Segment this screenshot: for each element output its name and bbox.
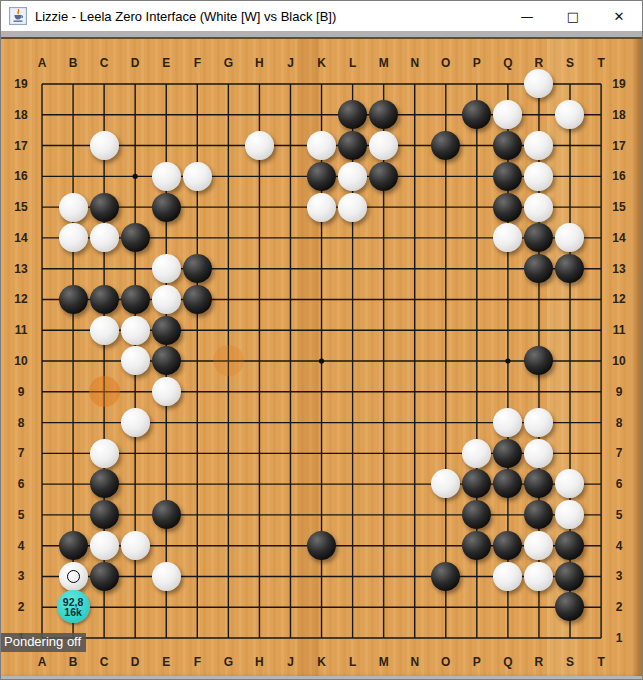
point-P15[interactable] — [461, 192, 492, 223]
point-P9[interactable] — [461, 376, 492, 407]
point-P10[interactable] — [461, 345, 492, 376]
point-R13[interactable] — [523, 253, 554, 284]
point-S16[interactable] — [554, 161, 585, 192]
point-K1[interactable] — [306, 622, 337, 653]
point-T4[interactable] — [585, 530, 616, 561]
point-Q9[interactable] — [492, 376, 523, 407]
point-L3[interactable] — [337, 561, 368, 592]
point-H16[interactable] — [244, 161, 275, 192]
point-E5[interactable] — [151, 499, 182, 530]
point-R7[interactable] — [523, 438, 554, 469]
point-J11[interactable] — [275, 315, 306, 346]
point-C18[interactable] — [89, 99, 120, 130]
point-B7[interactable] — [58, 438, 89, 469]
point-K6[interactable] — [306, 469, 337, 500]
point-N9[interactable] — [399, 376, 430, 407]
point-J14[interactable] — [275, 222, 306, 253]
point-F1[interactable] — [182, 622, 213, 653]
point-L12[interactable] — [337, 284, 368, 315]
point-P12[interactable] — [461, 284, 492, 315]
point-T1[interactable] — [585, 622, 616, 653]
point-N3[interactable] — [399, 561, 430, 592]
point-N4[interactable] — [399, 530, 430, 561]
point-H10[interactable] — [244, 345, 275, 376]
point-G13[interactable] — [213, 253, 244, 284]
point-H5[interactable] — [244, 499, 275, 530]
point-G14[interactable] — [213, 222, 244, 253]
point-K18[interactable] — [306, 99, 337, 130]
point-S15[interactable] — [554, 192, 585, 223]
point-J4[interactable] — [275, 530, 306, 561]
point-F19[interactable] — [182, 69, 213, 100]
point-E16[interactable] — [151, 161, 182, 192]
point-C1[interactable] — [89, 622, 120, 653]
point-Q2[interactable] — [492, 592, 523, 623]
point-D17[interactable] — [120, 130, 151, 161]
point-M13[interactable] — [368, 253, 399, 284]
point-F15[interactable] — [182, 192, 213, 223]
point-Q17[interactable] — [492, 130, 523, 161]
point-S9[interactable] — [554, 376, 585, 407]
point-A19[interactable] — [27, 69, 58, 100]
point-G8[interactable] — [213, 407, 244, 438]
point-G11[interactable] — [213, 315, 244, 346]
point-B8[interactable] — [58, 407, 89, 438]
point-P11[interactable] — [461, 315, 492, 346]
point-H17[interactable] — [244, 130, 275, 161]
point-C14[interactable] — [89, 222, 120, 253]
point-Q12[interactable] — [492, 284, 523, 315]
point-S14[interactable] — [554, 222, 585, 253]
point-N17[interactable] — [399, 130, 430, 161]
point-J13[interactable] — [275, 253, 306, 284]
point-K5[interactable] — [306, 499, 337, 530]
point-D1[interactable] — [120, 622, 151, 653]
point-M10[interactable] — [368, 345, 399, 376]
point-S4[interactable] — [554, 530, 585, 561]
point-A16[interactable] — [27, 161, 58, 192]
point-C11[interactable] — [89, 315, 120, 346]
point-D3[interactable] — [120, 561, 151, 592]
point-P19[interactable] — [461, 69, 492, 100]
point-O2[interactable] — [430, 592, 461, 623]
point-T6[interactable] — [585, 469, 616, 500]
point-S18[interactable] — [554, 99, 585, 130]
point-S19[interactable] — [554, 69, 585, 100]
point-O15[interactable] — [430, 192, 461, 223]
point-D16[interactable] — [120, 161, 151, 192]
point-P17[interactable] — [461, 130, 492, 161]
point-E8[interactable] — [151, 407, 182, 438]
point-R5[interactable] — [523, 499, 554, 530]
point-L8[interactable] — [337, 407, 368, 438]
point-L7[interactable] — [337, 438, 368, 469]
point-S10[interactable] — [554, 345, 585, 376]
point-B3[interactable] — [58, 561, 89, 592]
point-B13[interactable] — [58, 253, 89, 284]
point-F5[interactable] — [182, 499, 213, 530]
point-Q13[interactable] — [492, 253, 523, 284]
point-E19[interactable] — [151, 69, 182, 100]
point-E11[interactable] — [151, 315, 182, 346]
point-T5[interactable] — [585, 499, 616, 530]
point-G5[interactable] — [213, 499, 244, 530]
point-C9[interactable] — [89, 376, 120, 407]
point-J7[interactable] — [275, 438, 306, 469]
point-B18[interactable] — [58, 99, 89, 130]
point-O14[interactable] — [430, 222, 461, 253]
point-K8[interactable] — [306, 407, 337, 438]
point-Q18[interactable] — [492, 99, 523, 130]
point-C19[interactable] — [89, 69, 120, 100]
point-G3[interactable] — [213, 561, 244, 592]
point-O11[interactable] — [430, 315, 461, 346]
point-G9[interactable] — [213, 376, 244, 407]
point-A17[interactable] — [27, 130, 58, 161]
point-M19[interactable] — [368, 69, 399, 100]
point-T7[interactable] — [585, 438, 616, 469]
point-C10[interactable] — [89, 345, 120, 376]
point-D14[interactable] — [120, 222, 151, 253]
point-A7[interactable] — [27, 438, 58, 469]
point-G1[interactable] — [213, 622, 244, 653]
point-K12[interactable] — [306, 284, 337, 315]
point-K11[interactable] — [306, 315, 337, 346]
point-O6[interactable] — [430, 469, 461, 500]
point-P7[interactable] — [461, 438, 492, 469]
point-B6[interactable] — [58, 469, 89, 500]
point-O1[interactable] — [430, 622, 461, 653]
point-A13[interactable] — [27, 253, 58, 284]
point-C3[interactable] — [89, 561, 120, 592]
point-C13[interactable] — [89, 253, 120, 284]
point-F3[interactable] — [182, 561, 213, 592]
point-L6[interactable] — [337, 469, 368, 500]
point-K7[interactable] — [306, 438, 337, 469]
point-N6[interactable] — [399, 469, 430, 500]
point-B12[interactable] — [58, 284, 89, 315]
point-O4[interactable] — [430, 530, 461, 561]
point-S17[interactable] — [554, 130, 585, 161]
point-C16[interactable] — [89, 161, 120, 192]
point-M16[interactable] — [368, 161, 399, 192]
point-M5[interactable] — [368, 499, 399, 530]
point-N19[interactable] — [399, 69, 430, 100]
close-button[interactable]: ✕ — [596, 1, 642, 31]
point-P18[interactable] — [461, 99, 492, 130]
point-E12[interactable] — [151, 284, 182, 315]
point-K2[interactable] — [306, 592, 337, 623]
point-D6[interactable] — [120, 469, 151, 500]
point-O13[interactable] — [430, 253, 461, 284]
point-A14[interactable] — [27, 222, 58, 253]
point-R15[interactable] — [523, 192, 554, 223]
candidate-move-circle[interactable] — [89, 376, 120, 407]
point-D11[interactable] — [120, 315, 151, 346]
point-F11[interactable] — [182, 315, 213, 346]
point-C17[interactable] — [89, 130, 120, 161]
point-Q1[interactable] — [492, 622, 523, 653]
point-G19[interactable] — [213, 69, 244, 100]
point-C2[interactable] — [89, 592, 120, 623]
point-P3[interactable] — [461, 561, 492, 592]
point-S12[interactable] — [554, 284, 585, 315]
point-B5[interactable] — [58, 499, 89, 530]
point-E15[interactable] — [151, 192, 182, 223]
point-D8[interactable] — [120, 407, 151, 438]
point-H8[interactable] — [244, 407, 275, 438]
point-F14[interactable] — [182, 222, 213, 253]
point-P13[interactable] — [461, 253, 492, 284]
point-A5[interactable] — [27, 499, 58, 530]
point-L15[interactable] — [337, 192, 368, 223]
point-B17[interactable] — [58, 130, 89, 161]
point-L11[interactable] — [337, 315, 368, 346]
point-N14[interactable] — [399, 222, 430, 253]
point-A10[interactable] — [27, 345, 58, 376]
point-D5[interactable] — [120, 499, 151, 530]
point-H1[interactable] — [244, 622, 275, 653]
point-B2[interactable]: 92,816k — [58, 592, 89, 623]
point-B14[interactable] — [58, 222, 89, 253]
point-F10[interactable] — [182, 345, 213, 376]
point-Q7[interactable] — [492, 438, 523, 469]
point-K3[interactable] — [306, 561, 337, 592]
point-H2[interactable] — [244, 592, 275, 623]
point-H11[interactable] — [244, 315, 275, 346]
point-A2[interactable] — [27, 592, 58, 623]
point-R10[interactable] — [523, 345, 554, 376]
candidate-move-circle[interactable] — [213, 345, 244, 376]
point-A9[interactable] — [27, 376, 58, 407]
point-H3[interactable] — [244, 561, 275, 592]
point-Q19[interactable] — [492, 69, 523, 100]
point-M1[interactable] — [368, 622, 399, 653]
point-J16[interactable] — [275, 161, 306, 192]
point-C5[interactable] — [89, 499, 120, 530]
point-B10[interactable] — [58, 345, 89, 376]
point-J1[interactable] — [275, 622, 306, 653]
point-P6[interactable] — [461, 469, 492, 500]
point-A8[interactable] — [27, 407, 58, 438]
point-R17[interactable] — [523, 130, 554, 161]
point-F17[interactable] — [182, 130, 213, 161]
point-O7[interactable] — [430, 438, 461, 469]
point-N7[interactable] — [399, 438, 430, 469]
point-P1[interactable] — [461, 622, 492, 653]
point-E14[interactable] — [151, 222, 182, 253]
point-S6[interactable] — [554, 469, 585, 500]
point-E18[interactable] — [151, 99, 182, 130]
point-N11[interactable] — [399, 315, 430, 346]
point-O10[interactable] — [430, 345, 461, 376]
point-F2[interactable] — [182, 592, 213, 623]
point-J8[interactable] — [275, 407, 306, 438]
point-T3[interactable] — [585, 561, 616, 592]
point-O18[interactable] — [430, 99, 461, 130]
point-M6[interactable] — [368, 469, 399, 500]
point-R9[interactable] — [523, 376, 554, 407]
point-J2[interactable] — [275, 592, 306, 623]
point-B19[interactable] — [58, 69, 89, 100]
point-E17[interactable] — [151, 130, 182, 161]
point-A6[interactable] — [27, 469, 58, 500]
point-M12[interactable] — [368, 284, 399, 315]
point-H19[interactable] — [244, 69, 275, 100]
point-F18[interactable] — [182, 99, 213, 130]
point-L10[interactable] — [337, 345, 368, 376]
point-R12[interactable] — [523, 284, 554, 315]
point-R2[interactable] — [523, 592, 554, 623]
point-L13[interactable] — [337, 253, 368, 284]
point-B4[interactable] — [58, 530, 89, 561]
point-D7[interactable] — [120, 438, 151, 469]
go-board[interactable]: 92,816k AABBCCDDEEFFGGHHJJKKLLMMNNOOPPQQ… — [1, 39, 643, 680]
point-F12[interactable] — [182, 284, 213, 315]
point-K4[interactable] — [306, 530, 337, 561]
point-R1[interactable] — [523, 622, 554, 653]
point-J18[interactable] — [275, 99, 306, 130]
point-J9[interactable] — [275, 376, 306, 407]
point-L1[interactable] — [337, 622, 368, 653]
best-move-badge[interactable]: 92,816k — [57, 590, 90, 623]
point-Q8[interactable] — [492, 407, 523, 438]
point-G2[interactable] — [213, 592, 244, 623]
point-T2[interactable] — [585, 592, 616, 623]
point-P16[interactable] — [461, 161, 492, 192]
point-D2[interactable] — [120, 592, 151, 623]
point-K17[interactable] — [306, 130, 337, 161]
point-J10[interactable] — [275, 345, 306, 376]
point-M8[interactable] — [368, 407, 399, 438]
point-L18[interactable] — [337, 99, 368, 130]
point-K16[interactable] — [306, 161, 337, 192]
point-L19[interactable] — [337, 69, 368, 100]
point-E2[interactable] — [151, 592, 182, 623]
point-T9[interactable] — [585, 376, 616, 407]
point-A3[interactable] — [27, 561, 58, 592]
point-S7[interactable] — [554, 438, 585, 469]
point-J15[interactable] — [275, 192, 306, 223]
point-F16[interactable] — [182, 161, 213, 192]
point-G17[interactable] — [213, 130, 244, 161]
point-O8[interactable] — [430, 407, 461, 438]
point-S8[interactable] — [554, 407, 585, 438]
point-R11[interactable] — [523, 315, 554, 346]
point-F4[interactable] — [182, 530, 213, 561]
point-Q16[interactable] — [492, 161, 523, 192]
point-K13[interactable] — [306, 253, 337, 284]
point-K14[interactable] — [306, 222, 337, 253]
point-N16[interactable] — [399, 161, 430, 192]
point-Q11[interactable] — [492, 315, 523, 346]
point-L2[interactable] — [337, 592, 368, 623]
point-R8[interactable] — [523, 407, 554, 438]
point-H6[interactable] — [244, 469, 275, 500]
minimize-button[interactable]: — — [504, 1, 550, 31]
point-O19[interactable] — [430, 69, 461, 100]
point-E7[interactable] — [151, 438, 182, 469]
point-M15[interactable] — [368, 192, 399, 223]
point-J17[interactable] — [275, 130, 306, 161]
point-L14[interactable] — [337, 222, 368, 253]
point-S5[interactable] — [554, 499, 585, 530]
point-D4[interactable] — [120, 530, 151, 561]
point-G18[interactable] — [213, 99, 244, 130]
point-H14[interactable] — [244, 222, 275, 253]
point-D12[interactable] — [120, 284, 151, 315]
point-K15[interactable] — [306, 192, 337, 223]
point-F8[interactable] — [182, 407, 213, 438]
point-S11[interactable] — [554, 315, 585, 346]
point-M4[interactable] — [368, 530, 399, 561]
point-D18[interactable] — [120, 99, 151, 130]
point-A4[interactable] — [27, 530, 58, 561]
point-B11[interactable] — [58, 315, 89, 346]
point-M7[interactable] — [368, 438, 399, 469]
point-E1[interactable] — [151, 622, 182, 653]
point-S2[interactable] — [554, 592, 585, 623]
point-J12[interactable] — [275, 284, 306, 315]
point-S13[interactable] — [554, 253, 585, 284]
point-E9[interactable] — [151, 376, 182, 407]
point-Q3[interactable] — [492, 561, 523, 592]
point-E4[interactable] — [151, 530, 182, 561]
point-F13[interactable] — [182, 253, 213, 284]
point-G16[interactable] — [213, 161, 244, 192]
point-Q5[interactable] — [492, 499, 523, 530]
point-M18[interactable] — [368, 99, 399, 130]
point-C4[interactable] — [89, 530, 120, 561]
point-L4[interactable] — [337, 530, 368, 561]
point-O16[interactable] — [430, 161, 461, 192]
point-R3[interactable] — [523, 561, 554, 592]
point-H4[interactable] — [244, 530, 275, 561]
point-N5[interactable] — [399, 499, 430, 530]
point-H15[interactable] — [244, 192, 275, 223]
point-D9[interactable] — [120, 376, 151, 407]
point-P5[interactable] — [461, 499, 492, 530]
point-O5[interactable] — [430, 499, 461, 530]
point-Q6[interactable] — [492, 469, 523, 500]
point-A15[interactable] — [27, 192, 58, 223]
point-N13[interactable] — [399, 253, 430, 284]
point-Q15[interactable] — [492, 192, 523, 223]
point-K19[interactable] — [306, 69, 337, 100]
point-M3[interactable] — [368, 561, 399, 592]
point-L9[interactable] — [337, 376, 368, 407]
point-Q4[interactable] — [492, 530, 523, 561]
point-N15[interactable] — [399, 192, 430, 223]
point-A12[interactable] — [27, 284, 58, 315]
point-E13[interactable] — [151, 253, 182, 284]
maximize-button[interactable]: □ — [550, 1, 596, 31]
point-K9[interactable] — [306, 376, 337, 407]
point-F6[interactable] — [182, 469, 213, 500]
point-H12[interactable] — [244, 284, 275, 315]
point-N18[interactable] — [399, 99, 430, 130]
point-O9[interactable] — [430, 376, 461, 407]
point-B9[interactable] — [58, 376, 89, 407]
point-G12[interactable] — [213, 284, 244, 315]
point-B15[interactable] — [58, 192, 89, 223]
point-R19[interactable] — [523, 69, 554, 100]
point-G7[interactable] — [213, 438, 244, 469]
point-M9[interactable] — [368, 376, 399, 407]
point-C12[interactable] — [89, 284, 120, 315]
point-N2[interactable] — [399, 592, 430, 623]
point-C15[interactable] — [89, 192, 120, 223]
